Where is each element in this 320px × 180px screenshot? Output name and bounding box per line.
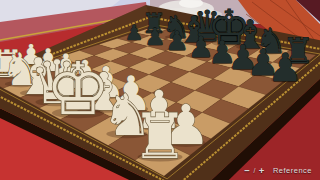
black-pawn-h7[interactable]: ♟ — [268, 45, 303, 90]
chess-scene: ♜♞♟♛♝♚♟♝♟♞♟♜♟♟♟♟♟♜♟♟♞♟♝♟♛♝♟♚♟♞♟♜ — [0, 0, 320, 180]
game-viewport: ♜♞♟♛♝♚♟♝♟♞♟♜♟♟♟♟♟♜♟♟♞♟♝♟♛♝♟♚♟♞♟♜ − / + R… — [0, 0, 320, 180]
zoom-in-key[interactable]: + — [259, 166, 265, 176]
black-pawn-a7[interactable]: ♟ — [124, 20, 143, 45]
key-separator: / — [253, 167, 255, 174]
white-rook-h1[interactable]: ♜ — [132, 100, 188, 173]
black-pawn-c7[interactable]: ♟ — [165, 26, 189, 56]
zoom-out-key[interactable]: − — [244, 166, 250, 176]
black-pawn-b7[interactable]: ♟ — [144, 23, 165, 51]
reference-label: Reference — [273, 166, 312, 175]
camera-reference-hint: − / + Reference — [244, 166, 312, 176]
